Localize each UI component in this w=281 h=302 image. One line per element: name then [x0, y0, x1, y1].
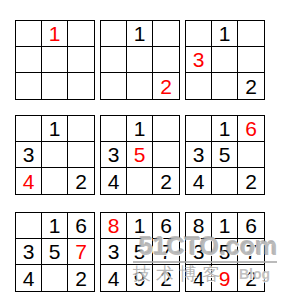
cell-3: 3: [186, 47, 212, 73]
cell-3: 3: [16, 142, 42, 168]
cell-empty: [127, 47, 153, 73]
cell-5: 5: [127, 239, 153, 265]
cell-empty: [42, 142, 68, 168]
cell-2: 2: [68, 168, 94, 194]
cell-empty: [153, 47, 179, 73]
cell-empty: [68, 47, 94, 73]
cell-6: 6: [238, 116, 264, 142]
cell-empty: [68, 116, 94, 142]
cell-empty: [101, 47, 127, 73]
cell-empty: [186, 73, 212, 99]
cell-4: 4: [16, 168, 42, 194]
cell-2: 2: [153, 265, 179, 291]
cell-1: 1: [42, 21, 68, 47]
cell-6: 6: [153, 213, 179, 239]
cell-1: 1: [212, 21, 238, 47]
cell-9: 9: [127, 265, 153, 291]
cell-3: 3: [186, 142, 212, 168]
cell-empty: [16, 47, 42, 73]
cell-empty: [68, 21, 94, 47]
step-3-board: 132: [185, 20, 265, 100]
cell-4: 4: [186, 168, 212, 194]
cell-1: 1: [42, 213, 68, 239]
cell-3: 3: [186, 239, 212, 265]
cell-5: 5: [127, 142, 153, 168]
cell-empty: [42, 168, 68, 194]
cell-5: 5: [212, 239, 238, 265]
cell-empty: [127, 168, 153, 194]
cell-1: 1: [127, 213, 153, 239]
cell-5: 5: [212, 142, 238, 168]
step-4-board: 1342: [15, 115, 95, 195]
step-9-board: 816357492: [185, 212, 265, 292]
cell-8: 8: [101, 213, 127, 239]
cell-4: 4: [186, 265, 212, 291]
cell-2: 2: [68, 265, 94, 291]
cell-1: 1: [212, 213, 238, 239]
cell-4: 4: [101, 265, 127, 291]
cell-1: 1: [42, 116, 68, 142]
cell-empty: [153, 116, 179, 142]
cell-2: 2: [153, 168, 179, 194]
cell-empty: [212, 47, 238, 73]
cell-7: 7: [68, 239, 94, 265]
cell-2: 2: [153, 73, 179, 99]
cell-empty: [186, 116, 212, 142]
cell-empty: [42, 265, 68, 291]
cell-empty: [153, 21, 179, 47]
cell-1: 1: [212, 116, 238, 142]
cell-7: 7: [238, 239, 264, 265]
cell-2: 2: [238, 265, 264, 291]
cell-empty: [42, 73, 68, 99]
cell-empty: [42, 47, 68, 73]
cell-empty: [16, 116, 42, 142]
cell-3: 3: [16, 239, 42, 265]
step-1-board: 1: [15, 20, 95, 100]
cell-empty: [16, 73, 42, 99]
step-5-board: 13542: [100, 115, 180, 195]
cell-4: 4: [16, 265, 42, 291]
cell-6: 6: [68, 213, 94, 239]
cell-6: 6: [238, 213, 264, 239]
cell-1: 1: [127, 21, 153, 47]
cell-empty: [212, 73, 238, 99]
cell-8: 8: [186, 213, 212, 239]
step-7-board: 1635742: [15, 212, 95, 292]
cell-empty: [101, 73, 127, 99]
cell-empty: [101, 21, 127, 47]
cell-empty: [68, 142, 94, 168]
step-6-board: 163542: [185, 115, 265, 195]
cell-7: 7: [153, 239, 179, 265]
cell-1: 1: [127, 116, 153, 142]
cell-empty: [238, 47, 264, 73]
cell-3: 3: [101, 142, 127, 168]
cell-empty: [68, 73, 94, 99]
cell-empty: [16, 213, 42, 239]
cell-2: 2: [238, 168, 264, 194]
cell-5: 5: [42, 239, 68, 265]
cell-2: 2: [238, 73, 264, 99]
cell-empty: [238, 142, 264, 168]
cell-empty: [127, 73, 153, 99]
cell-empty: [153, 142, 179, 168]
cell-empty: [16, 21, 42, 47]
step-8-board: 816357492: [100, 212, 180, 292]
cell-empty: [186, 21, 212, 47]
magic-square-steps-diagram: 1 12 132 1342 13542 163542 1635742 81635…: [0, 0, 281, 302]
cell-9: 9: [212, 265, 238, 291]
cell-empty: [212, 168, 238, 194]
cell-4: 4: [101, 168, 127, 194]
cell-3: 3: [101, 239, 127, 265]
step-2-board: 12: [100, 20, 180, 100]
cell-empty: [238, 21, 264, 47]
cell-empty: [101, 116, 127, 142]
